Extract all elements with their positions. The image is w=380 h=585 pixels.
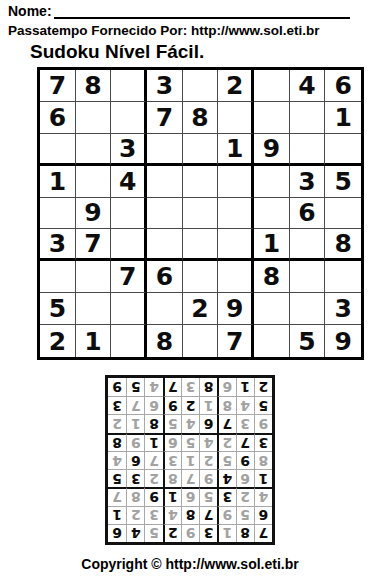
provider-line: Passatempo Fornecido Por: http://www.sol… [8, 23, 320, 38]
cell-r5c2: 9 [76, 198, 112, 230]
solution-cell-r7c7: 8 [144, 414, 162, 432]
cell-r4c8: 3 [290, 166, 326, 198]
cell-r4c4 [147, 166, 183, 198]
cell-r9c6: 7 [218, 325, 254, 357]
solution-cell-r5c1: 8 [254, 451, 272, 469]
cell-r2c3 [111, 102, 147, 134]
solution-cell-r6c9: 8 [108, 433, 126, 451]
cell-r3c7: 9 [254, 134, 290, 166]
page-title: Sudoku Nível Fácil. [30, 41, 204, 63]
cell-r3c5 [183, 134, 219, 166]
cell-r8c6: 9 [218, 293, 254, 325]
solution-cell-r3c7: 9 [144, 487, 162, 505]
solution-cell-r3c8: 8 [126, 487, 144, 505]
cell-r1c4: 3 [147, 70, 183, 102]
solution-cell-r7c9: 2 [108, 414, 126, 432]
solution-cell-r8c6: 9 [163, 396, 181, 414]
solution-cell-r6c8: 9 [126, 433, 144, 451]
solution-cell-r3c2: 2 [236, 487, 254, 505]
cell-r6c6 [218, 229, 254, 261]
cell-r8c9: 3 [325, 293, 361, 325]
cell-r1c8: 4 [290, 70, 326, 102]
cell-r9c3 [111, 325, 147, 357]
cell-r8c8 [290, 293, 326, 325]
cell-r5c6 [218, 198, 254, 230]
cell-r1c1: 7 [40, 70, 76, 102]
solution-cell-r2c2: 5 [236, 506, 254, 524]
solution-cell-r3c3: 3 [217, 487, 235, 505]
solution-cell-r6c7: 1 [144, 433, 162, 451]
solution-cell-r9c1: 2 [254, 378, 272, 396]
cell-r6c3 [111, 229, 147, 261]
solution-cell-r2c3: 9 [217, 506, 235, 524]
cell-r1c5 [183, 70, 219, 102]
solution-cell-r9c4: 8 [199, 378, 217, 396]
cell-r5c7 [254, 198, 290, 230]
cell-r4c6 [218, 166, 254, 198]
cell-r6c2: 7 [76, 229, 112, 261]
solution-cell-r6c4: 4 [199, 433, 217, 451]
solution-cell-r7c5: 4 [181, 414, 199, 432]
solution-cell-r6c1: 3 [254, 433, 272, 451]
copyright-line: Copyright © http://www.sol.eti.br [0, 556, 380, 572]
cell-r5c3 [111, 198, 147, 230]
cell-r6c4 [147, 229, 183, 261]
cell-r7c8 [290, 261, 326, 293]
solution-cell-r5c7: 7 [144, 451, 162, 469]
solution-cell-r5c5: 1 [181, 451, 199, 469]
solution-cell-r1c3: 1 [217, 524, 235, 542]
cell-r6c9: 8 [325, 229, 361, 261]
solution-cell-r2c6: 4 [163, 506, 181, 524]
solution-cell-r9c9: 9 [108, 378, 126, 396]
solution-cell-r2c9: 1 [108, 506, 126, 524]
cell-r3c3: 3 [111, 134, 147, 166]
solution-cell-r8c4: 1 [199, 396, 217, 414]
cell-r8c2 [76, 293, 112, 325]
solution-grid-rotated: 7813925466597843214235619871649782358952… [105, 375, 275, 545]
cell-r6c5 [183, 229, 219, 261]
cell-r7c5 [183, 261, 219, 293]
cell-r2c2 [76, 102, 112, 134]
cell-r2c9: 1 [325, 102, 361, 134]
cell-r5c1 [40, 198, 76, 230]
cell-r1c3 [111, 70, 147, 102]
solution-cell-r5c4: 2 [199, 451, 217, 469]
solution-cell-r1c2: 8 [236, 524, 254, 542]
cell-r8c4 [147, 293, 183, 325]
cell-r3c1 [40, 134, 76, 166]
cell-r8c3 [111, 293, 147, 325]
solution-cell-r9c7: 4 [144, 378, 162, 396]
cell-r6c7: 1 [254, 229, 290, 261]
sudoku-grid: 783246678131914359637187685293218759 [37, 67, 364, 360]
solution-cell-r4c8: 3 [126, 469, 144, 487]
solution-cell-r9c8: 5 [126, 378, 144, 396]
solution-cell-r8c9: 3 [108, 396, 126, 414]
solution-cell-r5c2: 9 [236, 451, 254, 469]
solution-cell-r3c5: 6 [181, 487, 199, 505]
solution-cell-r2c7: 3 [144, 506, 162, 524]
cell-r7c7: 8 [254, 261, 290, 293]
solution-cell-r8c7: 6 [144, 396, 162, 414]
solution-cell-r7c3: 7 [217, 414, 235, 432]
cell-r9c7 [254, 325, 290, 357]
solution-cell-r7c1: 9 [254, 414, 272, 432]
solution-cell-r4c1: 1 [254, 469, 272, 487]
solution-cell-r4c7: 2 [144, 469, 162, 487]
cell-r1c9: 6 [325, 70, 361, 102]
cell-r5c4 [147, 198, 183, 230]
solution-cell-r6c3: 2 [217, 433, 235, 451]
cell-r2c7 [254, 102, 290, 134]
solution-cell-r9c3: 6 [217, 378, 235, 396]
cell-r4c3: 4 [111, 166, 147, 198]
cell-r1c7 [254, 70, 290, 102]
solution-cell-r6c5: 5 [181, 433, 199, 451]
solution-cell-r4c3: 4 [217, 469, 235, 487]
solution-cell-r3c4: 5 [199, 487, 217, 505]
solution-cell-r2c1: 6 [254, 506, 272, 524]
cell-r2c1: 6 [40, 102, 76, 134]
cell-r1c6: 2 [218, 70, 254, 102]
solution-cell-r5c6: 3 [163, 451, 181, 469]
solution-cell-r2c4: 7 [199, 506, 217, 524]
cell-r3c4 [147, 134, 183, 166]
cell-r2c8 [290, 102, 326, 134]
cell-r8c7 [254, 293, 290, 325]
cell-r9c4: 8 [147, 325, 183, 357]
solution-cell-r1c6: 2 [163, 524, 181, 542]
solution-cell-r5c8: 6 [126, 451, 144, 469]
solution-cell-r7c2: 3 [236, 414, 254, 432]
solution-cell-r8c1: 5 [254, 396, 272, 414]
solution-cell-r8c3: 8 [217, 396, 235, 414]
solution-cell-r1c1: 7 [254, 524, 272, 542]
cell-r7c4: 6 [147, 261, 183, 293]
solution-cell-r2c5: 8 [181, 506, 199, 524]
solution-cell-r4c5: 7 [181, 469, 199, 487]
cell-r7c9 [325, 261, 361, 293]
cell-r2c5: 8 [183, 102, 219, 134]
name-blank-line [54, 4, 350, 19]
solution-cell-r7c8: 1 [126, 414, 144, 432]
cell-r3c6: 1 [218, 134, 254, 166]
solution-cell-r3c6: 1 [163, 487, 181, 505]
solution-cell-r8c2: 4 [236, 396, 254, 414]
solution-cell-r4c6: 8 [163, 469, 181, 487]
solution-cell-r9c5: 3 [181, 378, 199, 396]
solution-cell-r3c1: 4 [254, 487, 272, 505]
solution-cell-r7c4: 6 [199, 414, 217, 432]
solution-cell-r5c9: 4 [108, 451, 126, 469]
solution-cell-r1c8: 4 [126, 524, 144, 542]
solution-cell-r8c8: 7 [126, 396, 144, 414]
cell-r7c6 [218, 261, 254, 293]
cell-r3c2 [76, 134, 112, 166]
name-row: Nome: [8, 3, 350, 19]
cell-r5c5 [183, 198, 219, 230]
cell-r3c9 [325, 134, 361, 166]
cell-r5c8: 6 [290, 198, 326, 230]
solution-cell-r2c8: 2 [126, 506, 144, 524]
sudoku-worksheet-page: Nome: Passatempo Fornecido Por: http://w… [0, 0, 380, 585]
solution-cell-r6c6: 6 [163, 433, 181, 451]
solution-cell-r9c2: 1 [236, 378, 254, 396]
cell-r4c7 [254, 166, 290, 198]
cell-r7c3: 7 [111, 261, 147, 293]
cell-r2c6 [218, 102, 254, 134]
cell-r4c1: 1 [40, 166, 76, 198]
cell-r6c1: 3 [40, 229, 76, 261]
cell-r3c8 [290, 134, 326, 166]
solution-cell-r4c2: 6 [236, 469, 254, 487]
solution-cell-r9c6: 7 [163, 378, 181, 396]
cell-r9c1: 2 [40, 325, 76, 357]
cell-r4c9: 5 [325, 166, 361, 198]
solution-cell-r3c9: 7 [108, 487, 126, 505]
solution-cell-r8c5: 2 [181, 396, 199, 414]
solution-cell-r6c2: 7 [236, 433, 254, 451]
cell-r9c9: 9 [325, 325, 361, 357]
cell-r9c8: 5 [290, 325, 326, 357]
cell-r7c1 [40, 261, 76, 293]
cell-r8c5: 2 [183, 293, 219, 325]
cell-r4c5 [183, 166, 219, 198]
solution-cell-r1c5: 9 [181, 524, 199, 542]
cell-r9c5 [183, 325, 219, 357]
solution-cell-r4c4: 9 [199, 469, 217, 487]
cell-r7c2 [76, 261, 112, 293]
cell-r6c8 [290, 229, 326, 261]
cell-r4c2 [76, 166, 112, 198]
cell-r1c2: 8 [76, 70, 112, 102]
solution-cell-r7c6: 5 [163, 414, 181, 432]
solution-cell-r1c4: 3 [199, 524, 217, 542]
solution-cell-r1c9: 6 [108, 524, 126, 542]
cell-r8c1: 5 [40, 293, 76, 325]
name-label: Nome: [8, 3, 52, 19]
cell-r2c4: 7 [147, 102, 183, 134]
solution-cell-r5c3: 5 [217, 451, 235, 469]
solution-cell-r1c7: 5 [144, 524, 162, 542]
solution-cell-r4c9: 5 [108, 469, 126, 487]
cell-r9c2: 1 [76, 325, 112, 357]
cell-r5c9 [325, 198, 361, 230]
